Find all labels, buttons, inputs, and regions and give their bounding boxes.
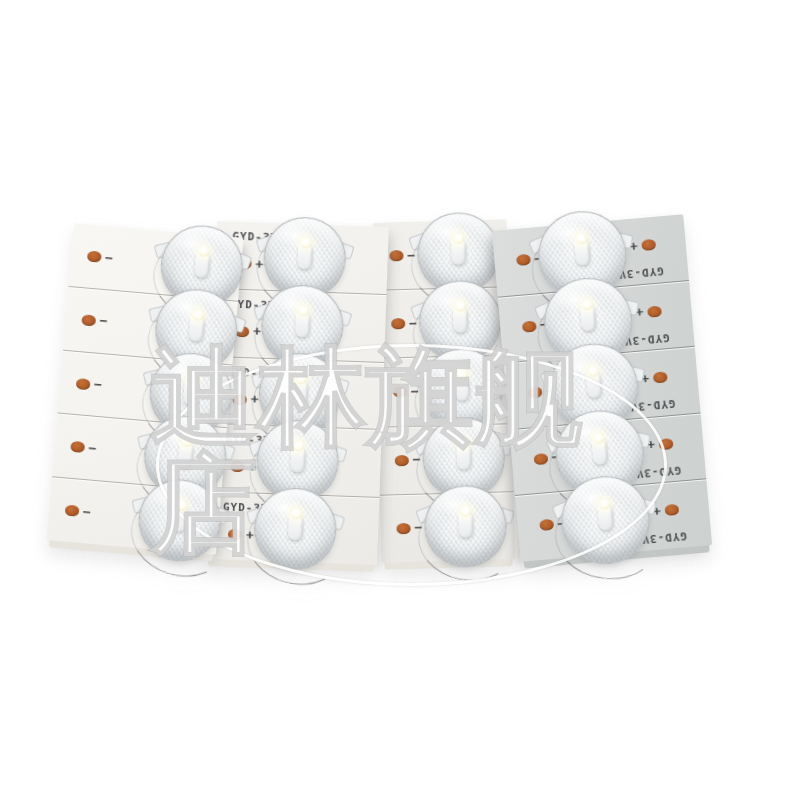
solder-pad-dot — [533, 453, 548, 465]
solder-pad-dot — [539, 519, 554, 531]
solder-pad-minus: − — [70, 441, 97, 454]
solder-pad-dot — [658, 438, 673, 450]
led-chip — [188, 313, 205, 341]
led-chip — [172, 504, 189, 532]
led-strip-board-4: −+GYD-3V−+GYD-3V−+GYD-3V−+GYD-3V−+GYD-3V — [492, 214, 712, 561]
led-emitter — [456, 369, 467, 380]
polarity-minus: − — [94, 380, 103, 391]
solder-pad-dot — [647, 305, 662, 317]
led-emitter — [300, 237, 311, 248]
led-emitter — [458, 437, 469, 448]
led-chip — [453, 306, 469, 333]
polarity-minus: − — [105, 253, 114, 264]
led-chip — [456, 442, 472, 469]
solder-pad-minus: − — [81, 314, 108, 327]
led-emitter — [293, 440, 304, 451]
solder-pad-minus: − — [87, 250, 114, 263]
solder-pad-dot — [87, 250, 102, 262]
led-emitter — [181, 436, 193, 448]
led-emitter — [453, 232, 464, 243]
solder-pad-plus: + — [641, 371, 668, 384]
solder-pad-dot — [81, 314, 96, 326]
led-chip — [293, 377, 309, 405]
strip-segment: GYD-3V+ — [208, 423, 382, 497]
solder-pad-plus: + — [635, 305, 662, 318]
led-chip — [288, 513, 304, 541]
solder-pad-dot — [228, 529, 242, 540]
solder-pad-dot — [65, 505, 80, 517]
led-lens-assembly — [558, 473, 653, 568]
solder-pad-dot — [664, 504, 679, 516]
led-emitter — [575, 233, 587, 245]
solder-pad-minus: − — [76, 378, 103, 391]
solder-pad-dot — [391, 318, 405, 329]
led-chip — [177, 441, 194, 469]
led-strip-board-1: −−−−− — [46, 223, 243, 555]
solder-pad-dot — [389, 250, 403, 261]
solder-pad-dot — [522, 320, 537, 332]
led-lens-assembly — [135, 476, 224, 565]
strip-segment: GYD-3V+ — [205, 491, 379, 565]
led-emitter — [192, 309, 204, 321]
led-emitter — [291, 508, 302, 519]
solder-pad-dot — [641, 239, 656, 251]
led-lens-assembly — [253, 487, 338, 572]
led-emitter — [187, 372, 199, 384]
led-chip — [458, 510, 474, 537]
polarity-minus: − — [99, 316, 108, 327]
led-chip — [183, 377, 200, 405]
led-chip — [295, 310, 311, 338]
solder-pad-plus: + — [647, 438, 674, 451]
led-chip — [591, 436, 608, 464]
solder-pad-dot — [653, 371, 668, 383]
strip-segment: − — [46, 476, 221, 554]
solder-pad-minus: − — [65, 505, 92, 518]
product-photo: −−−−− GYD-3V+GYD-3V+GYD-3V+GYD-3V+GYD-3V… — [0, 0, 800, 800]
led-emitter — [593, 432, 605, 444]
solder-pad-dot — [528, 386, 543, 398]
solder-pad-dot — [396, 523, 410, 534]
strip-segment: − — [380, 491, 516, 563]
solder-pad-dot — [76, 378, 91, 390]
led-emitter — [599, 498, 611, 510]
led-chip — [580, 304, 597, 332]
solder-pad-dot — [70, 441, 85, 453]
led-chip — [574, 237, 591, 265]
polarity-minus: − — [88, 443, 97, 454]
solder-pad-dot — [516, 254, 531, 266]
polarity-minus: − — [83, 507, 92, 518]
led-lens-assembly — [423, 484, 507, 568]
solder-pad-plus: + — [629, 239, 656, 252]
led-emitter — [176, 499, 188, 511]
led-chip — [585, 370, 602, 398]
led-emitter — [581, 299, 593, 311]
led-emitter — [295, 373, 306, 384]
led-emitter — [460, 505, 471, 516]
solder-pad-plus: + — [653, 504, 680, 517]
led-emitter — [455, 301, 466, 312]
led-strip-board-3: −−−−− — [373, 219, 516, 562]
led-chip — [455, 374, 471, 401]
led-emitter — [298, 305, 309, 316]
led-chip — [297, 242, 313, 270]
led-chip — [597, 503, 614, 531]
solder-pad-dot — [395, 455, 409, 466]
led-emitter — [587, 365, 599, 377]
led-chip — [451, 237, 467, 264]
solder-pad-dot — [393, 386, 407, 397]
led-emitter — [198, 245, 210, 257]
led-chip — [194, 250, 211, 278]
led-chip — [290, 445, 306, 473]
